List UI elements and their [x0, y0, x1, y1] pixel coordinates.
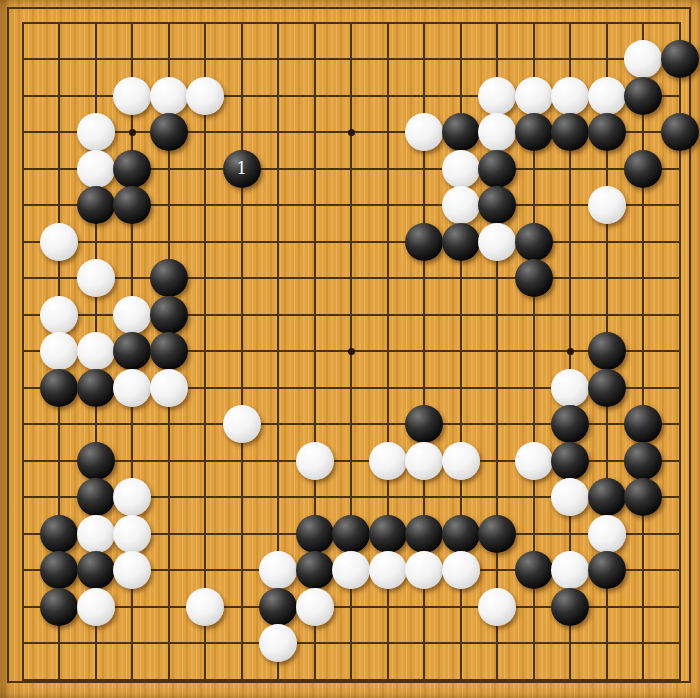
- white-stone: [551, 77, 589, 115]
- white-stone: [40, 296, 78, 334]
- black-stone: [442, 223, 480, 261]
- black-stone-labeled: 1: [223, 150, 261, 188]
- white-stone: [478, 588, 516, 626]
- star-point: [348, 348, 355, 355]
- black-stone: [40, 588, 78, 626]
- go-board[interactable]: 1: [0, 0, 700, 698]
- white-stone: [223, 405, 261, 443]
- white-stone: [186, 588, 224, 626]
- black-stone: [150, 296, 188, 334]
- black-stone: [150, 259, 188, 297]
- white-stone: [150, 369, 188, 407]
- black-stone: [150, 113, 188, 151]
- black-stone: [551, 588, 589, 626]
- black-stone: [150, 332, 188, 370]
- white-stone: [405, 442, 443, 480]
- white-stone: [442, 551, 480, 589]
- black-stone: [588, 332, 626, 370]
- black-stone: [405, 223, 443, 261]
- white-stone: [442, 186, 480, 224]
- black-stone: [259, 588, 297, 626]
- white-stone: [296, 442, 334, 480]
- black-stone: [405, 515, 443, 553]
- white-stone: [515, 442, 553, 480]
- black-stone: [588, 551, 626, 589]
- black-stone: [551, 442, 589, 480]
- black-stone: [624, 150, 662, 188]
- white-stone: [478, 77, 516, 115]
- black-stone: [369, 515, 407, 553]
- white-stone: [296, 588, 334, 626]
- black-stone: [588, 113, 626, 151]
- white-stone: [515, 77, 553, 115]
- star-point: [348, 129, 355, 136]
- white-stone: [442, 150, 480, 188]
- black-stone: [332, 515, 370, 553]
- white-stone: [478, 223, 516, 261]
- white-stone: [40, 223, 78, 261]
- grid-line-horizontal: [22, 642, 681, 644]
- white-stone: [77, 588, 115, 626]
- black-stone: [661, 113, 699, 151]
- move-number-label: 1: [236, 160, 247, 177]
- grid-line-vertical: [642, 22, 644, 681]
- black-stone: [40, 515, 78, 553]
- black-stone: [113, 150, 151, 188]
- black-stone: [77, 551, 115, 589]
- black-stone: [296, 551, 334, 589]
- black-stone: [515, 259, 553, 297]
- black-stone: [77, 186, 115, 224]
- white-stone: [150, 77, 188, 115]
- black-stone: [624, 442, 662, 480]
- black-stone: [478, 150, 516, 188]
- white-stone: [588, 515, 626, 553]
- white-stone: [113, 296, 151, 334]
- white-stone: [77, 259, 115, 297]
- white-stone: [588, 186, 626, 224]
- white-stone: [551, 369, 589, 407]
- black-stone: [515, 551, 553, 589]
- white-stone: [113, 515, 151, 553]
- white-stone: [113, 77, 151, 115]
- black-stone: [40, 369, 78, 407]
- black-stone: [624, 77, 662, 115]
- black-stone: [77, 369, 115, 407]
- black-stone: [77, 442, 115, 480]
- white-stone: [77, 515, 115, 553]
- white-stone: [369, 551, 407, 589]
- white-stone: [186, 77, 224, 115]
- black-stone: [296, 515, 334, 553]
- black-stone: [661, 40, 699, 78]
- black-stone: [588, 478, 626, 516]
- star-point: [567, 348, 574, 355]
- white-stone: [77, 113, 115, 151]
- black-stone: [478, 515, 516, 553]
- black-stone: [515, 223, 553, 261]
- black-stone: [442, 515, 480, 553]
- grid-line-horizontal: [22, 679, 681, 681]
- star-point: [129, 129, 136, 136]
- white-stone: [442, 442, 480, 480]
- black-stone: [515, 113, 553, 151]
- black-stone: [588, 369, 626, 407]
- white-stone: [77, 150, 115, 188]
- black-stone: [77, 478, 115, 516]
- white-stone: [369, 442, 407, 480]
- white-stone: [588, 77, 626, 115]
- white-stone: [77, 332, 115, 370]
- white-stone: [113, 369, 151, 407]
- black-stone: [442, 113, 480, 151]
